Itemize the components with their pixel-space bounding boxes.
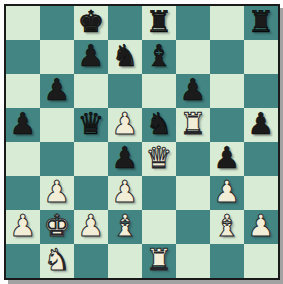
square-f1[interactable]: [176, 244, 210, 278]
square-e5[interactable]: ♞: [142, 108, 176, 142]
piece-white-knight: ♞: [44, 245, 71, 275]
square-b2[interactable]: ♚: [40, 210, 74, 244]
square-a5[interactable]: ♟: [6, 108, 40, 142]
square-c3[interactable]: [74, 176, 108, 210]
square-h6[interactable]: [244, 74, 278, 108]
piece-black-pawn: ♟: [214, 143, 241, 173]
square-a8[interactable]: [6, 6, 40, 40]
square-c5[interactable]: ♛: [74, 108, 108, 142]
square-d4[interactable]: ♟: [108, 142, 142, 176]
square-a6[interactable]: [6, 74, 40, 108]
board-frame: ♚♜♜♟♞♝♟♟♟♛♟♞♜♟♟♛♟♟♟♟♟♚♟♝♝♟♞♜: [4, 4, 280, 280]
square-e2[interactable]: [142, 210, 176, 244]
square-e1[interactable]: ♜: [142, 244, 176, 278]
square-h2[interactable]: ♟: [244, 210, 278, 244]
square-c7[interactable]: ♟: [74, 40, 108, 74]
piece-black-pawn: ♟: [112, 143, 139, 173]
square-d5[interactable]: ♟: [108, 108, 142, 142]
square-g3[interactable]: ♟: [210, 176, 244, 210]
square-g4[interactable]: ♟: [210, 142, 244, 176]
square-c1[interactable]: [74, 244, 108, 278]
square-f6[interactable]: ♟: [176, 74, 210, 108]
square-d1[interactable]: [108, 244, 142, 278]
square-e7[interactable]: ♝: [142, 40, 176, 74]
piece-white-pawn: ♟: [248, 211, 275, 241]
square-e3[interactable]: [142, 176, 176, 210]
square-a3[interactable]: [6, 176, 40, 210]
screenshot-root: ♚♜♜♟♞♝♟♟♟♛♟♞♜♟♟♛♟♟♟♟♟♚♟♝♝♟♞♜: [0, 0, 283, 284]
square-c8[interactable]: ♚: [74, 6, 108, 40]
piece-white-pawn: ♟: [10, 211, 37, 241]
piece-white-pawn: ♟: [44, 177, 71, 207]
piece-black-rook: ♜: [146, 7, 173, 37]
piece-black-pawn: ♟: [78, 41, 105, 71]
piece-black-king: ♚: [78, 7, 105, 37]
square-g8[interactable]: [210, 6, 244, 40]
piece-black-pawn: ♟: [248, 109, 275, 139]
piece-black-queen: ♛: [78, 109, 105, 139]
piece-white-pawn: ♟: [78, 211, 105, 241]
piece-white-queen: ♛: [146, 143, 173, 173]
piece-black-knight: ♞: [146, 109, 173, 139]
square-b6[interactable]: ♟: [40, 74, 74, 108]
piece-white-bishop: ♝: [112, 211, 139, 241]
square-g2[interactable]: ♝: [210, 210, 244, 244]
square-g7[interactable]: [210, 40, 244, 74]
square-e8[interactable]: ♜: [142, 6, 176, 40]
square-f4[interactable]: [176, 142, 210, 176]
square-a7[interactable]: [6, 40, 40, 74]
piece-white-bishop: ♝: [214, 211, 241, 241]
square-g5[interactable]: [210, 108, 244, 142]
piece-black-knight: ♞: [112, 41, 139, 71]
square-h8[interactable]: ♜: [244, 6, 278, 40]
piece-black-pawn: ♟: [44, 75, 71, 105]
square-e6[interactable]: [142, 74, 176, 108]
square-h7[interactable]: [244, 40, 278, 74]
square-b7[interactable]: [40, 40, 74, 74]
square-f5[interactable]: ♜: [176, 108, 210, 142]
square-b1[interactable]: ♞: [40, 244, 74, 278]
piece-black-bishop: ♝: [146, 41, 173, 71]
square-f2[interactable]: [176, 210, 210, 244]
piece-white-king: ♚: [44, 211, 71, 241]
square-b4[interactable]: [40, 142, 74, 176]
piece-white-pawn: ♟: [112, 177, 139, 207]
square-b3[interactable]: ♟: [40, 176, 74, 210]
square-a2[interactable]: ♟: [6, 210, 40, 244]
square-h5[interactable]: ♟: [244, 108, 278, 142]
square-g1[interactable]: [210, 244, 244, 278]
square-c4[interactable]: [74, 142, 108, 176]
square-a1[interactable]: [6, 244, 40, 278]
piece-black-pawn: ♟: [180, 75, 207, 105]
square-h1[interactable]: [244, 244, 278, 278]
piece-black-pawn: ♟: [10, 109, 37, 139]
chess-board: ♚♜♜♟♞♝♟♟♟♛♟♞♜♟♟♛♟♟♟♟♟♚♟♝♝♟♞♜: [6, 6, 278, 278]
piece-white-rook: ♜: [146, 245, 173, 275]
square-h3[interactable]: [244, 176, 278, 210]
square-d8[interactable]: [108, 6, 142, 40]
square-f3[interactable]: [176, 176, 210, 210]
square-d6[interactable]: [108, 74, 142, 108]
piece-black-rook: ♜: [248, 7, 275, 37]
piece-white-pawn: ♟: [214, 177, 241, 207]
square-d2[interactable]: ♝: [108, 210, 142, 244]
square-f7[interactable]: [176, 40, 210, 74]
square-h4[interactable]: [244, 142, 278, 176]
square-b8[interactable]: [40, 6, 74, 40]
square-a4[interactable]: [6, 142, 40, 176]
square-b5[interactable]: [40, 108, 74, 142]
square-c6[interactable]: [74, 74, 108, 108]
piece-white-rook: ♜: [180, 109, 207, 139]
square-d3[interactable]: ♟: [108, 176, 142, 210]
square-c2[interactable]: ♟: [74, 210, 108, 244]
square-f8[interactable]: [176, 6, 210, 40]
square-g6[interactable]: [210, 74, 244, 108]
square-d7[interactable]: ♞: [108, 40, 142, 74]
piece-white-pawn: ♟: [112, 109, 139, 139]
square-e4[interactable]: ♛: [142, 142, 176, 176]
